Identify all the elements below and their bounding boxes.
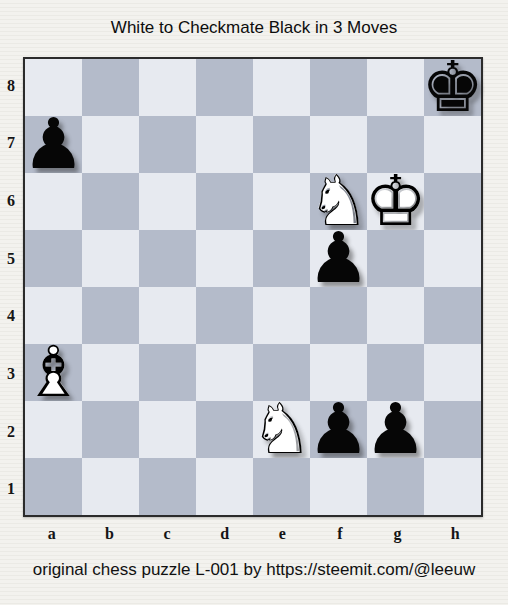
square-g8 — [367, 59, 424, 116]
white-knight-e2: ♞♘ — [253, 401, 310, 458]
square-f2: ♟ — [310, 401, 367, 458]
file-label-f: f — [311, 521, 369, 547]
square-a6 — [25, 173, 82, 230]
square-b2 — [82, 401, 139, 458]
square-c2 — [139, 401, 196, 458]
square-d3 — [196, 344, 253, 401]
white-king-g6: ♚♔ — [367, 173, 424, 230]
square-a2 — [25, 401, 82, 458]
black-pawn-icon: ♟ — [310, 230, 367, 287]
square-g2: ♟ — [367, 401, 424, 458]
black-king-h8: ♚ — [424, 59, 481, 116]
white-knight-icon: ♘ — [253, 401, 310, 458]
square-e1 — [253, 458, 310, 515]
square-d7 — [196, 116, 253, 173]
square-c3 — [139, 344, 196, 401]
rank-label-7: 7 — [0, 115, 22, 173]
square-c8 — [139, 59, 196, 116]
rank-label-8: 8 — [0, 57, 22, 115]
square-a3: ♝♗ — [25, 344, 82, 401]
rank-label-5: 5 — [0, 230, 22, 288]
rank-label-4: 4 — [0, 288, 22, 346]
chess-puzzle-page: White to Checkmate Black in 3 Moves 8765… — [0, 0, 508, 605]
file-label-a: a — [23, 521, 81, 547]
square-b1 — [82, 458, 139, 515]
square-a1 — [25, 458, 82, 515]
square-f5: ♟ — [310, 230, 367, 287]
chess-board: ♚♟♞♘♚♔♟♝♗♞♘♟♟ — [23, 57, 483, 517]
black-pawn-icon: ♟ — [25, 116, 82, 173]
square-b6 — [82, 173, 139, 230]
square-b7 — [82, 116, 139, 173]
rank-label-2: 2 — [0, 403, 22, 461]
square-d4 — [196, 287, 253, 344]
rank-label-3: 3 — [0, 345, 22, 403]
black-king-icon: ♚ — [424, 59, 481, 116]
file-label-d: d — [196, 521, 254, 547]
square-h6 — [424, 173, 481, 230]
file-label-g: g — [369, 521, 427, 547]
rank-label-6: 6 — [0, 172, 22, 230]
square-g4 — [367, 287, 424, 344]
square-h1 — [424, 458, 481, 515]
square-e7 — [253, 116, 310, 173]
square-d6 — [196, 173, 253, 230]
credit-caption: original chess puzzle L-001 by https://s… — [0, 560, 508, 580]
square-f8 — [310, 59, 367, 116]
black-pawn-icon: ♟ — [367, 401, 424, 458]
square-a7: ♟ — [25, 116, 82, 173]
file-label-e: e — [254, 521, 312, 547]
file-label-c: c — [138, 521, 196, 547]
square-f4 — [310, 287, 367, 344]
square-b8 — [82, 59, 139, 116]
puzzle-title: White to Checkmate Black in 3 Moves — [0, 18, 508, 38]
square-e4 — [253, 287, 310, 344]
square-h4 — [424, 287, 481, 344]
square-d8 — [196, 59, 253, 116]
square-a5 — [25, 230, 82, 287]
square-e8 — [253, 59, 310, 116]
square-g5 — [367, 230, 424, 287]
black-pawn-f2: ♟ — [310, 401, 367, 458]
black-pawn-icon: ♟ — [310, 401, 367, 458]
white-king-icon: ♔ — [367, 173, 424, 230]
black-pawn-g2: ♟ — [367, 401, 424, 458]
square-f1 — [310, 458, 367, 515]
square-h5 — [424, 230, 481, 287]
square-h2 — [424, 401, 481, 458]
square-c5 — [139, 230, 196, 287]
square-e2: ♞♘ — [253, 401, 310, 458]
square-h3 — [424, 344, 481, 401]
file-label-b: b — [81, 521, 139, 547]
square-e6 — [253, 173, 310, 230]
square-b4 — [82, 287, 139, 344]
white-bishop-icon: ♗ — [25, 344, 82, 401]
square-g6: ♚♔ — [367, 173, 424, 230]
rank-labels: 87654321 — [0, 57, 22, 518]
square-b3 — [82, 344, 139, 401]
square-d2 — [196, 401, 253, 458]
square-c6 — [139, 173, 196, 230]
rank-label-1: 1 — [0, 460, 22, 518]
square-e5 — [253, 230, 310, 287]
black-pawn-a7: ♟ — [25, 116, 82, 173]
square-d5 — [196, 230, 253, 287]
square-c7 — [139, 116, 196, 173]
square-d1 — [196, 458, 253, 515]
square-c1 — [139, 458, 196, 515]
square-h8: ♚ — [424, 59, 481, 116]
file-labels: abcdefgh — [23, 521, 484, 547]
square-b5 — [82, 230, 139, 287]
square-h7 — [424, 116, 481, 173]
square-g1 — [367, 458, 424, 515]
file-label-h: h — [426, 521, 484, 547]
square-c4 — [139, 287, 196, 344]
white-bishop-a3: ♝♗ — [25, 344, 82, 401]
black-pawn-f5: ♟ — [310, 230, 367, 287]
